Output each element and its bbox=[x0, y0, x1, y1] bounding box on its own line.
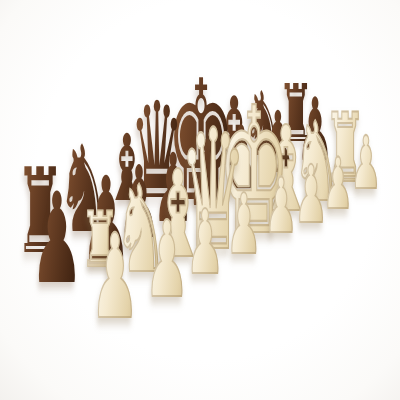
chess-set-photo: ♜♞♝♛♚♝♞♜♟♟♟♟♟♟♟♟♜♞♝♛♚♝♞♜♟♟♟♟♟♟♟♟ bbox=[0, 0, 400, 400]
piece-white-pawn: ♟ bbox=[88, 219, 143, 336]
piece-dark-pawn: ♟ bbox=[294, 88, 336, 175]
piece-dark-pawn: ♟ bbox=[78, 161, 135, 281]
piece-white-rook: ♜ bbox=[78, 202, 122, 278]
piece-dark-pawn: ♟ bbox=[185, 127, 229, 218]
piece-dark-rook: ♜ bbox=[276, 73, 316, 152]
piece-white-knight: ♞ bbox=[111, 169, 171, 289]
piece-white-pawn: ♟ bbox=[142, 207, 192, 313]
piece-dark-bishop: ♝ bbox=[209, 85, 260, 180]
piece-white-pawn: ♟ bbox=[349, 127, 384, 200]
piece-dark-pawn: ♟ bbox=[27, 176, 87, 301]
piece-white-pawn: ♟ bbox=[184, 198, 227, 287]
piece-dark-rook: ♜ bbox=[12, 153, 68, 271]
piece-dark-knight: ♞ bbox=[241, 80, 286, 169]
piece-white-bishop: ♝ bbox=[146, 155, 210, 275]
piece-white-pawn: ♟ bbox=[321, 148, 355, 219]
piece-dark-pawn: ♟ bbox=[115, 152, 163, 252]
piece-dark-pawn: ♟ bbox=[150, 140, 196, 235]
piece-white-knight: ♞ bbox=[290, 108, 344, 218]
piece-dark-bishop: ♝ bbox=[102, 122, 152, 215]
piece-white-rook: ♜ bbox=[322, 100, 369, 195]
piece-dark-king: ♚ bbox=[163, 58, 240, 224]
piece-white-bishop: ♝ bbox=[255, 111, 317, 229]
piece-white-king: ♚ bbox=[214, 85, 295, 260]
piece-dark-pawn: ♟ bbox=[258, 101, 299, 186]
piece-white-queen: ♛ bbox=[176, 108, 251, 275]
piece-dark-knight: ♞ bbox=[54, 129, 114, 249]
piece-white-pawn: ♟ bbox=[292, 155, 330, 235]
piece-dark-queen: ♛ bbox=[127, 84, 187, 217]
piece-white-pawn: ♟ bbox=[263, 168, 300, 244]
piece-white-pawn: ♟ bbox=[224, 183, 264, 267]
piece-dark-pawn: ♟ bbox=[220, 116, 262, 203]
